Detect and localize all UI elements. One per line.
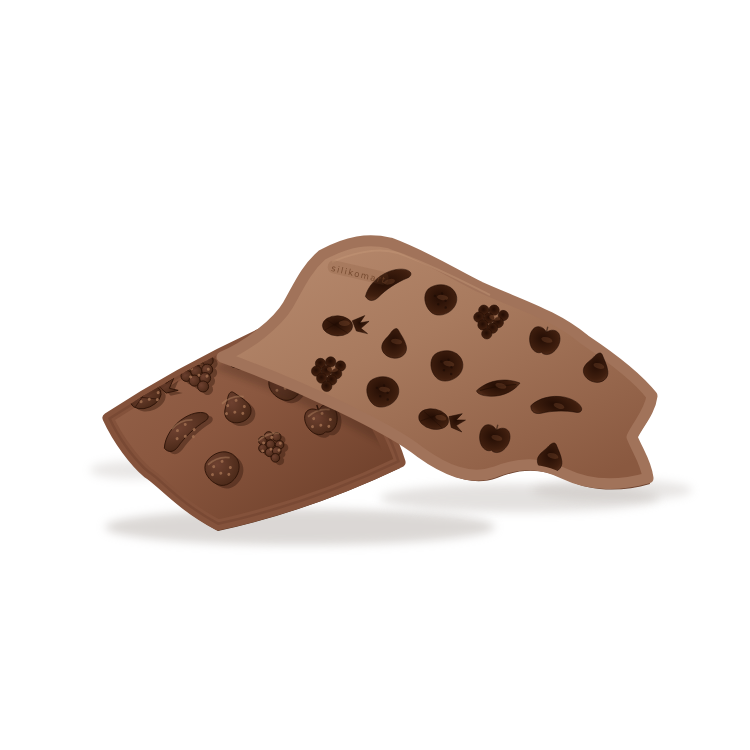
molds-scene: silikomart xyxy=(0,0,750,750)
product-photo: silikomart xyxy=(0,0,750,750)
